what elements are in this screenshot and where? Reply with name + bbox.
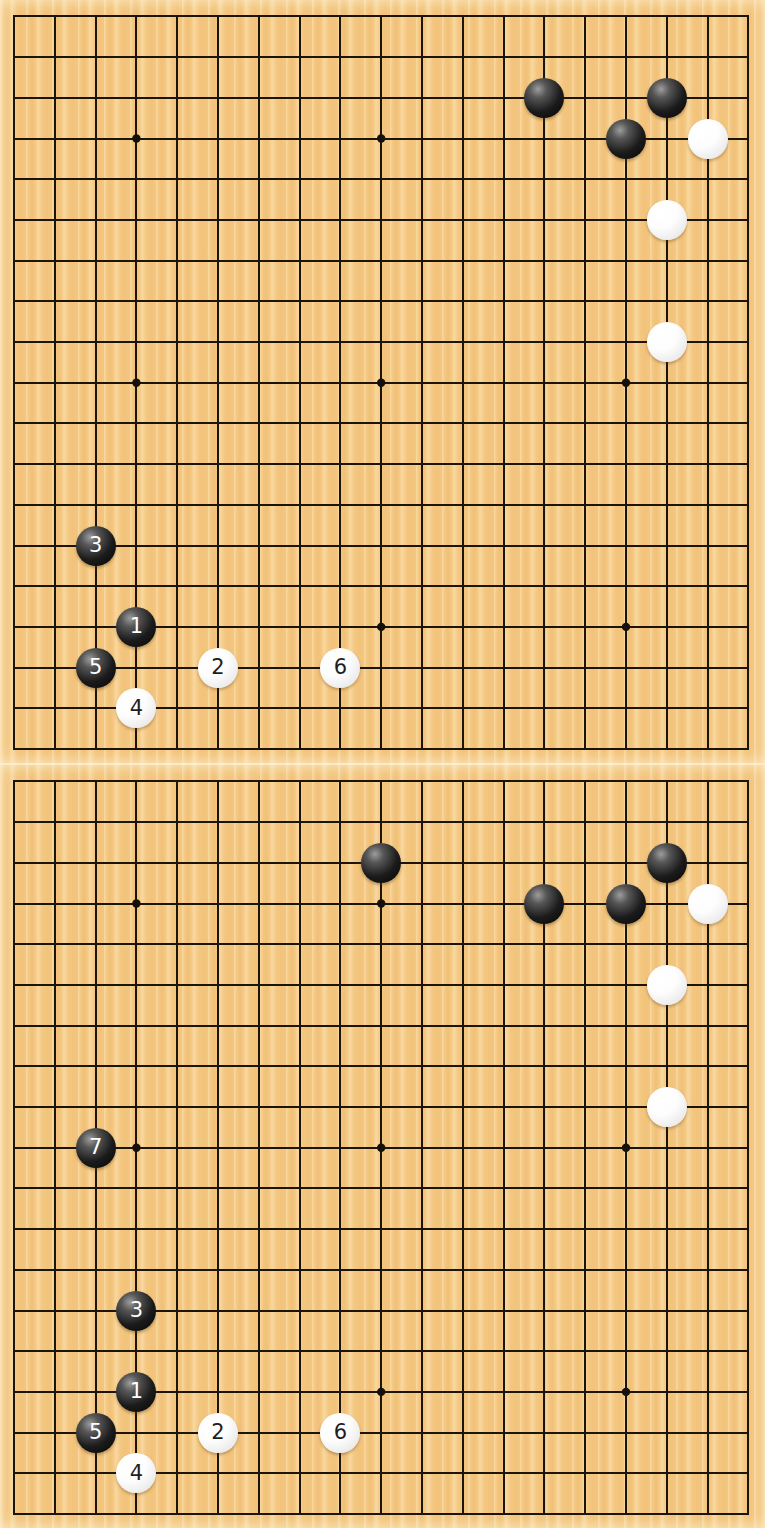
move-number: 3 — [89, 535, 102, 556]
white-stone: 2 — [198, 1413, 238, 1453]
board-grid — [0, 0, 765, 763]
star-point — [377, 379, 385, 387]
white-stone — [647, 200, 687, 240]
black-stone — [606, 884, 646, 924]
black-stone — [361, 843, 401, 883]
white-stone: 6 — [320, 648, 360, 688]
black-stone — [524, 884, 564, 924]
black-stone — [647, 843, 687, 883]
star-point — [377, 623, 385, 631]
white-stone — [647, 1087, 687, 1127]
white-stone: 6 — [320, 1413, 360, 1453]
go-board-diagram-1: 315264 — [0, 0, 765, 763]
star-point — [132, 899, 140, 907]
black-stone: 7 — [76, 1128, 116, 1168]
move-number: 1 — [130, 1381, 143, 1402]
star-point — [377, 1388, 385, 1396]
star-point — [622, 1144, 630, 1152]
move-number: 4 — [130, 698, 143, 719]
move-number: 1 — [130, 616, 143, 637]
move-number: 5 — [89, 1422, 102, 1443]
star-point — [622, 1388, 630, 1396]
white-stone — [688, 884, 728, 924]
star-point — [132, 134, 140, 142]
move-number: 7 — [89, 1137, 102, 1158]
white-stone: 2 — [198, 648, 238, 688]
black-stone: 3 — [116, 1291, 156, 1331]
go-book-page: 315264 7315264 — [0, 0, 765, 1528]
white-stone — [647, 322, 687, 362]
move-number: 2 — [211, 1422, 224, 1443]
black-stone — [524, 78, 564, 118]
star-point — [377, 1144, 385, 1152]
star-point — [622, 379, 630, 387]
white-stone — [688, 119, 728, 159]
star-point — [132, 379, 140, 387]
star-point — [132, 1144, 140, 1152]
black-stone — [606, 119, 646, 159]
black-stone: 5 — [76, 1413, 116, 1453]
move-number: 3 — [130, 1300, 143, 1321]
move-number: 5 — [89, 657, 102, 678]
move-number: 2 — [211, 657, 224, 678]
white-stone — [647, 965, 687, 1005]
star-point — [377, 899, 385, 907]
star-point — [622, 623, 630, 631]
move-number: 6 — [334, 1422, 347, 1443]
move-number: 6 — [334, 657, 347, 678]
black-stone — [647, 78, 687, 118]
black-stone: 3 — [76, 526, 116, 566]
star-point — [377, 134, 385, 142]
black-stone: 5 — [76, 648, 116, 688]
go-board-diagram-2: 7315264 — [0, 763, 765, 1528]
move-number: 4 — [130, 1463, 143, 1484]
